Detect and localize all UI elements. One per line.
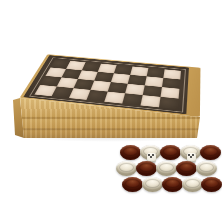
product-photo-checkers-case (0, 0, 222, 222)
die-pip (150, 156, 152, 158)
checker-piece-light-r3c2 (142, 177, 163, 192)
checker-piece-dark-r1c5 (200, 145, 221, 160)
checker-piece-light-r2c5 (196, 161, 217, 176)
checker-piece-dark-r3c1 (122, 177, 143, 192)
checker-piece-dark-r3c5 (201, 177, 222, 192)
checker-piece-dark-r2c2 (136, 161, 157, 176)
pieces-tray (0, 0, 222, 222)
checker-piece-dark-r1c1 (120, 145, 141, 160)
checker-piece-light-r2c1 (116, 161, 137, 176)
die-pip (152, 154, 154, 156)
die-pip (190, 156, 192, 158)
checker-piece-dark-r2c4 (176, 161, 197, 176)
checker-piece-dark-r3c3 (162, 177, 183, 192)
die-pip (192, 154, 194, 156)
checker-piece-dark-r1c3 (160, 145, 181, 160)
checker-piece-light-r3c4 (182, 177, 203, 192)
checker-piece-light-r2c3 (156, 161, 177, 176)
